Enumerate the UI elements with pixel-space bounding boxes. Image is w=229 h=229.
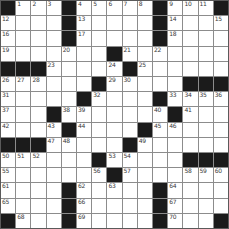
white-cell-r5c7[interactable]: 29 xyxy=(107,77,121,91)
white-cell-r11c6[interactable]: 56 xyxy=(92,168,106,182)
white-cell-r5c8[interactable]: 30 xyxy=(123,77,137,91)
white-cell-r2c12[interactable] xyxy=(183,31,197,45)
white-cell-r3c5[interactable] xyxy=(77,47,91,61)
white-cell-r1c14[interactable]: 15 xyxy=(214,16,228,30)
white-cell-r9c5[interactable] xyxy=(77,138,91,152)
white-cell-r5c11[interactable] xyxy=(168,77,182,91)
white-cell-r7c12[interactable]: 41 xyxy=(183,107,197,121)
white-cell-r0c9[interactable]: 8 xyxy=(138,1,152,15)
black-cell-r2c10 xyxy=(153,31,167,45)
white-cell-r9c13[interactable] xyxy=(199,138,213,152)
clue-number-45: 45 xyxy=(154,123,161,129)
white-cell-r2c9[interactable] xyxy=(138,31,152,45)
white-cell-r13c7[interactable] xyxy=(107,199,121,213)
white-cell-r9c4[interactable]: 48 xyxy=(62,138,76,152)
white-cell-r1c8[interactable] xyxy=(123,16,137,30)
clue-number-15: 15 xyxy=(215,16,222,22)
white-cell-r5c3[interactable] xyxy=(47,77,61,91)
clue-number-62: 62 xyxy=(78,183,85,189)
white-cell-r11c2[interactable] xyxy=(31,168,45,182)
white-cell-r11c12[interactable]: 58 xyxy=(183,168,197,182)
white-cell-r5c5[interactable] xyxy=(77,77,91,91)
white-cell-r7c10[interactable]: 40 xyxy=(153,107,167,121)
white-cell-r13c13[interactable] xyxy=(199,199,213,213)
white-cell-r12c2[interactable] xyxy=(31,183,45,197)
white-cell-r3c10[interactable]: 22 xyxy=(153,47,167,61)
white-cell-r14c12[interactable] xyxy=(183,214,197,228)
white-cell-r1c12[interactable] xyxy=(183,16,197,30)
clue-number-61: 61 xyxy=(2,183,9,189)
clue-number-48: 48 xyxy=(63,138,70,144)
white-cell-r7c9[interactable] xyxy=(138,107,152,121)
clue-number-56: 56 xyxy=(93,168,100,174)
clue-number-64: 64 xyxy=(169,183,176,189)
black-cell-r13c10 xyxy=(153,199,167,213)
white-cell-r8c7[interactable] xyxy=(107,123,121,137)
white-cell-r8c0[interactable]: 42 xyxy=(1,123,15,137)
clue-number-32: 32 xyxy=(93,92,100,98)
white-cell-r12c12[interactable] xyxy=(183,183,197,197)
white-cell-r12c7[interactable]: 63 xyxy=(107,183,121,197)
clue-number-17: 17 xyxy=(78,31,85,37)
white-cell-r2c8[interactable] xyxy=(123,31,137,45)
white-cell-r14c6[interactable] xyxy=(92,214,106,228)
white-cell-r10c11[interactable] xyxy=(168,153,182,167)
white-cell-r8c12[interactable] xyxy=(183,123,197,137)
black-cell-r4c0 xyxy=(1,62,15,76)
white-cell-r9c6[interactable] xyxy=(92,138,106,152)
clue-number-43: 43 xyxy=(48,123,55,129)
white-cell-r6c6[interactable]: 32 xyxy=(92,92,106,106)
white-cell-r9c14[interactable] xyxy=(214,138,228,152)
white-cell-r8c1[interactable] xyxy=(16,123,30,137)
white-cell-r2c5[interactable]: 17 xyxy=(77,31,91,45)
white-cell-r13c3[interactable] xyxy=(47,199,61,213)
clue-number-66: 66 xyxy=(78,199,85,205)
white-cell-r10c7[interactable]: 53 xyxy=(107,153,121,167)
white-cell-r14c5[interactable]: 69 xyxy=(77,214,91,228)
clue-number-44: 44 xyxy=(78,123,85,129)
white-cell-r8c5[interactable]: 44 xyxy=(77,123,91,137)
white-cell-r1c11[interactable]: 14 xyxy=(168,16,182,30)
white-cell-r14c9[interactable] xyxy=(138,214,152,228)
white-cell-r4c11[interactable] xyxy=(168,62,182,76)
white-cell-r2c11[interactable]: 18 xyxy=(168,31,182,45)
white-cell-r11c10[interactable] xyxy=(153,168,167,182)
white-cell-r13c0[interactable]: 65 xyxy=(1,199,15,213)
white-cell-r6c9[interactable] xyxy=(138,92,152,106)
clue-number-24: 24 xyxy=(108,62,115,68)
black-cell-r14c10 xyxy=(153,214,167,228)
clue-number-58: 58 xyxy=(184,168,191,174)
clue-number-41: 41 xyxy=(184,107,191,113)
white-cell-r4c13[interactable] xyxy=(199,62,213,76)
white-cell-r1c0[interactable]: 12 xyxy=(1,16,15,30)
clue-number-53: 53 xyxy=(108,153,115,159)
white-cell-r11c11[interactable] xyxy=(168,168,182,182)
white-cell-r5c10[interactable] xyxy=(153,77,167,91)
clue-number-34: 34 xyxy=(184,92,191,98)
clue-number-21: 21 xyxy=(124,47,131,53)
white-cell-r4c12[interactable] xyxy=(183,62,197,76)
white-cell-r0c1[interactable]: 1 xyxy=(16,1,30,15)
white-cell-r0c13[interactable]: 11 xyxy=(199,1,213,15)
crossword-grid: 1234567891011121314151617181920212223242… xyxy=(0,0,229,229)
clue-number-63: 63 xyxy=(108,183,115,189)
white-cell-r1c1[interactable] xyxy=(16,16,30,30)
white-cell-r9c9[interactable]: 49 xyxy=(138,138,152,152)
black-cell-r2c4 xyxy=(62,31,76,45)
clue-number-68: 68 xyxy=(17,214,24,220)
white-cell-r9c3[interactable]: 47 xyxy=(47,138,61,152)
white-cell-r8c11[interactable]: 46 xyxy=(168,123,182,137)
white-cell-r10c10[interactable] xyxy=(153,153,167,167)
white-cell-r4c6[interactable] xyxy=(92,62,106,76)
white-cell-r3c4[interactable]: 20 xyxy=(62,47,76,61)
white-cell-r13c1[interactable] xyxy=(16,199,30,213)
black-cell-r9c2 xyxy=(31,138,45,152)
clue-number-12: 12 xyxy=(2,16,9,22)
white-cell-r3c8[interactable]: 21 xyxy=(123,47,137,61)
white-cell-r7c0[interactable]: 37 xyxy=(1,107,15,121)
clue-number-16: 16 xyxy=(2,31,9,37)
clue-number-42: 42 xyxy=(2,123,9,129)
white-cell-r4c9[interactable]: 25 xyxy=(138,62,152,76)
white-cell-r9c12[interactable] xyxy=(183,138,197,152)
white-cell-r0c3[interactable]: 3 xyxy=(47,1,61,15)
black-cell-r12c4 xyxy=(62,183,76,197)
white-cell-r2c6[interactable] xyxy=(92,31,106,45)
white-cell-r8c14[interactable] xyxy=(214,123,228,137)
clue-number-5: 5 xyxy=(93,1,97,7)
white-cell-r5c2[interactable]: 28 xyxy=(31,77,45,91)
white-cell-r11c0[interactable]: 55 xyxy=(1,168,15,182)
white-cell-r10c5[interactable] xyxy=(77,153,91,167)
black-cell-r14c4 xyxy=(62,214,76,228)
white-cell-r12c0[interactable]: 61 xyxy=(1,183,15,197)
white-cell-r6c2[interactable] xyxy=(31,92,45,106)
white-cell-r10c1[interactable]: 51 xyxy=(16,153,30,167)
clue-number-10: 10 xyxy=(184,1,191,7)
white-cell-r11c5[interactable] xyxy=(77,168,91,182)
white-cell-r14c11[interactable]: 70 xyxy=(168,214,182,228)
white-cell-r2c13[interactable] xyxy=(199,31,213,45)
clue-number-50: 50 xyxy=(2,153,9,159)
clue-number-37: 37 xyxy=(2,107,9,113)
clue-number-46: 46 xyxy=(169,123,176,129)
black-cell-r3c7 xyxy=(107,47,121,61)
white-cell-r11c4[interactable] xyxy=(62,168,76,182)
white-cell-r8c6[interactable] xyxy=(92,123,106,137)
white-cell-r6c11[interactable]: 33 xyxy=(168,92,182,106)
black-cell-r9c0 xyxy=(1,138,15,152)
white-cell-r9c10[interactable] xyxy=(153,138,167,152)
white-cell-r2c2[interactable] xyxy=(31,31,45,45)
white-cell-r7c2[interactable] xyxy=(31,107,45,121)
black-cell-r4c1 xyxy=(16,62,30,76)
white-cell-r12c14[interactable] xyxy=(214,183,228,197)
black-cell-r8c4 xyxy=(62,123,76,137)
white-cell-r1c7[interactable] xyxy=(107,16,121,30)
clue-number-6: 6 xyxy=(108,1,112,7)
white-cell-r6c3[interactable] xyxy=(47,92,61,106)
white-cell-r11c13[interactable]: 59 xyxy=(199,168,213,182)
black-cell-r5c13 xyxy=(199,77,213,91)
white-cell-r6c13[interactable]: 35 xyxy=(199,92,213,106)
white-cell-r6c1[interactable] xyxy=(16,92,30,106)
white-cell-r13c6[interactable] xyxy=(92,199,106,213)
white-cell-r3c11[interactable] xyxy=(168,47,182,61)
white-cell-r7c1[interactable] xyxy=(16,107,30,121)
white-cell-r10c3[interactable] xyxy=(47,153,61,167)
clue-number-36: 36 xyxy=(215,92,222,98)
white-cell-r7c13[interactable] xyxy=(199,107,213,121)
clue-number-30: 30 xyxy=(124,77,131,83)
clue-number-26: 26 xyxy=(2,77,9,83)
clue-number-28: 28 xyxy=(32,77,39,83)
white-cell-r13c5[interactable]: 66 xyxy=(77,199,91,213)
black-cell-r9c8 xyxy=(123,138,137,152)
white-cell-r1c5[interactable]: 13 xyxy=(77,16,91,30)
white-cell-r3c13[interactable] xyxy=(199,47,213,61)
white-cell-r8c3[interactable]: 43 xyxy=(47,123,61,137)
white-cell-r8c8[interactable] xyxy=(123,123,137,137)
clue-number-55: 55 xyxy=(2,168,9,174)
clue-number-49: 49 xyxy=(139,138,146,144)
white-cell-r7c4[interactable]: 38 xyxy=(62,107,76,121)
black-cell-r10c14 xyxy=(214,153,228,167)
white-cell-r6c0[interactable]: 31 xyxy=(1,92,15,106)
clue-number-70: 70 xyxy=(169,214,176,220)
white-cell-r3c9[interactable] xyxy=(138,47,152,61)
white-cell-r8c2[interactable] xyxy=(31,123,45,137)
black-cell-r4c2 xyxy=(31,62,45,76)
black-cell-r5c6 xyxy=(92,77,106,91)
white-cell-r7c14[interactable] xyxy=(214,107,228,121)
clue-number-7: 7 xyxy=(124,1,128,7)
clue-number-57: 57 xyxy=(124,168,131,174)
white-cell-r14c1[interactable]: 68 xyxy=(16,214,30,228)
white-cell-r6c4[interactable] xyxy=(62,92,76,106)
white-cell-r3c3[interactable] xyxy=(47,47,61,61)
clue-number-19: 19 xyxy=(2,47,9,53)
white-cell-r9c11[interactable] xyxy=(168,138,182,152)
black-cell-r5c12 xyxy=(183,77,197,91)
clue-number-1: 1 xyxy=(17,1,21,7)
white-cell-r13c9[interactable] xyxy=(138,199,152,213)
clue-number-39: 39 xyxy=(78,107,85,113)
black-cell-r9c1 xyxy=(16,138,30,152)
white-cell-r13c8[interactable] xyxy=(123,199,137,213)
clue-number-18: 18 xyxy=(169,31,176,37)
black-cell-r1c10 xyxy=(153,16,167,30)
white-cell-r13c14[interactable] xyxy=(214,199,228,213)
white-cell-r1c9[interactable] xyxy=(138,16,152,30)
black-cell-r5c14 xyxy=(214,77,228,91)
clue-number-33: 33 xyxy=(169,92,176,98)
black-cell-r4c8 xyxy=(123,62,137,76)
white-cell-r10c4[interactable] xyxy=(62,153,76,167)
black-cell-r10c12 xyxy=(183,153,197,167)
white-cell-r13c12[interactable] xyxy=(183,199,197,213)
white-cell-r8c13[interactable] xyxy=(199,123,213,137)
white-cell-r12c13[interactable] xyxy=(199,183,213,197)
clue-number-2: 2 xyxy=(32,1,36,7)
white-cell-r11c14[interactable]: 60 xyxy=(214,168,228,182)
black-cell-r14c0 xyxy=(1,214,15,228)
white-cell-r3c1[interactable] xyxy=(16,47,30,61)
black-cell-r13c4 xyxy=(62,199,76,213)
clue-number-20: 20 xyxy=(63,47,70,53)
black-cell-r0c0 xyxy=(1,1,15,15)
clue-number-31: 31 xyxy=(2,92,9,98)
white-cell-r4c4[interactable] xyxy=(62,62,76,76)
white-cell-r2c7[interactable] xyxy=(107,31,121,45)
white-cell-r12c6[interactable] xyxy=(92,183,106,197)
white-cell-r14c3[interactable] xyxy=(47,214,61,228)
white-cell-r1c6[interactable] xyxy=(92,16,106,30)
white-cell-r5c0[interactable]: 26 xyxy=(1,77,15,91)
white-cell-r13c11[interactable]: 67 xyxy=(168,199,182,213)
black-cell-r8c9 xyxy=(138,123,152,137)
white-cell-r8c10[interactable]: 45 xyxy=(153,123,167,137)
clue-number-13: 13 xyxy=(78,16,85,22)
white-cell-r1c13[interactable] xyxy=(199,16,213,30)
clue-number-60: 60 xyxy=(215,168,222,174)
black-cell-r12c10 xyxy=(153,183,167,197)
clue-number-29: 29 xyxy=(108,77,115,83)
clue-number-59: 59 xyxy=(200,168,207,174)
black-cell-r10c6 xyxy=(92,153,106,167)
white-cell-r14c13[interactable] xyxy=(199,214,213,228)
white-cell-r3c0[interactable]: 19 xyxy=(1,47,15,61)
clue-number-52: 52 xyxy=(32,153,39,159)
white-cell-r14c2[interactable] xyxy=(31,214,45,228)
clue-number-8: 8 xyxy=(139,1,143,7)
white-cell-r0c5[interactable]: 4 xyxy=(77,1,91,15)
clue-number-47: 47 xyxy=(48,138,55,144)
clue-number-40: 40 xyxy=(154,107,161,113)
clue-number-14: 14 xyxy=(169,16,176,22)
clue-number-22: 22 xyxy=(154,47,161,53)
white-cell-r10c8[interactable]: 54 xyxy=(123,153,137,167)
white-cell-r12c11[interactable]: 64 xyxy=(168,183,182,197)
white-cell-r5c9[interactable] xyxy=(138,77,152,91)
clue-number-9: 9 xyxy=(169,1,173,7)
white-cell-r0c11[interactable]: 9 xyxy=(168,1,182,15)
white-cell-r0c7[interactable]: 6 xyxy=(107,1,121,15)
white-cell-r4c10[interactable] xyxy=(153,62,167,76)
white-cell-r5c1[interactable]: 27 xyxy=(16,77,30,91)
white-cell-r4c5[interactable] xyxy=(77,62,91,76)
black-cell-r0c10 xyxy=(153,1,167,15)
white-cell-r2c3[interactable] xyxy=(47,31,61,45)
white-cell-r11c3[interactable] xyxy=(47,168,61,182)
white-cell-r4c14[interactable] xyxy=(214,62,228,76)
black-cell-r14c14 xyxy=(214,214,228,228)
white-cell-r12c5[interactable]: 62 xyxy=(77,183,91,197)
clue-number-25: 25 xyxy=(139,62,146,68)
white-cell-r12c1[interactable] xyxy=(16,183,30,197)
white-cell-r2c14[interactable] xyxy=(214,31,228,45)
white-cell-r4c7[interactable]: 24 xyxy=(107,62,121,76)
white-cell-r1c3[interactable] xyxy=(47,16,61,30)
black-cell-r0c14 xyxy=(214,1,228,15)
white-cell-r10c2[interactable]: 52 xyxy=(31,153,45,167)
white-cell-r6c12[interactable]: 34 xyxy=(183,92,197,106)
white-cell-r2c0[interactable]: 16 xyxy=(1,31,15,45)
black-cell-r7c11 xyxy=(168,107,182,121)
white-cell-r0c8[interactable]: 7 xyxy=(123,1,137,15)
white-cell-r3c2[interactable] xyxy=(31,47,45,61)
white-cell-r5c4[interactable] xyxy=(62,77,76,91)
clue-number-51: 51 xyxy=(17,153,24,159)
white-cell-r0c2[interactable]: 2 xyxy=(31,1,45,15)
black-cell-r11c7 xyxy=(107,168,121,182)
white-cell-r7c5[interactable]: 39 xyxy=(77,107,91,121)
white-cell-r6c8[interactable] xyxy=(123,92,137,106)
clue-number-69: 69 xyxy=(78,214,85,220)
clue-number-65: 65 xyxy=(2,199,9,205)
black-cell-r6c5 xyxy=(77,92,91,106)
white-cell-r14c7[interactable] xyxy=(107,214,121,228)
white-cell-r12c9[interactable] xyxy=(138,183,152,197)
black-cell-r0c4 xyxy=(62,1,76,15)
clue-number-67: 67 xyxy=(169,199,176,205)
white-cell-r2c1[interactable] xyxy=(16,31,30,45)
white-cell-r14c8[interactable] xyxy=(123,214,137,228)
white-cell-r3c12[interactable] xyxy=(183,47,197,61)
white-cell-r7c7[interactable] xyxy=(107,107,121,121)
white-cell-r10c9[interactable] xyxy=(138,153,152,167)
black-cell-r7c3 xyxy=(47,107,61,121)
clue-number-54: 54 xyxy=(124,153,131,159)
white-cell-r11c8[interactable]: 57 xyxy=(123,168,137,182)
white-cell-r6c14[interactable]: 36 xyxy=(214,92,228,106)
clue-number-35: 35 xyxy=(200,92,207,98)
clue-number-4: 4 xyxy=(78,1,82,7)
clue-number-3: 3 xyxy=(48,1,52,7)
white-cell-r11c1[interactable] xyxy=(16,168,30,182)
clue-number-38: 38 xyxy=(63,107,70,113)
white-cell-r3c6[interactable] xyxy=(92,47,106,61)
white-cell-r7c6[interactable] xyxy=(92,107,106,121)
white-cell-r0c12[interactable]: 10 xyxy=(183,1,197,15)
white-cell-r6c7[interactable] xyxy=(107,92,121,106)
black-cell-r6c10 xyxy=(153,92,167,106)
white-cell-r12c8[interactable] xyxy=(123,183,137,197)
white-cell-r3c14[interactable] xyxy=(214,47,228,61)
white-cell-r10c0[interactable]: 50 xyxy=(1,153,15,167)
white-cell-r11c9[interactable] xyxy=(138,168,152,182)
black-cell-r1c4 xyxy=(62,16,76,30)
clue-number-23: 23 xyxy=(48,62,55,68)
clue-number-11: 11 xyxy=(200,1,207,7)
white-cell-r7c8[interactable] xyxy=(123,107,137,121)
white-cell-r4c3[interactable]: 23 xyxy=(47,62,61,76)
white-cell-r0c6[interactable]: 5 xyxy=(92,1,106,15)
white-cell-r13c2[interactable] xyxy=(31,199,45,213)
white-cell-r12c3[interactable] xyxy=(47,183,61,197)
white-cell-r1c2[interactable] xyxy=(31,16,45,30)
white-cell-r9c7[interactable] xyxy=(107,138,121,152)
black-cell-r10c13 xyxy=(199,153,213,167)
clue-number-27: 27 xyxy=(17,77,24,83)
